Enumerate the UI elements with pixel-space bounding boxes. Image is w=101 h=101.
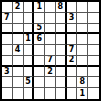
cell-r1c2[interactable]: 2 <box>13 2 24 13</box>
cell-r5c8[interactable] <box>77 45 88 56</box>
cell-r5c7[interactable]: 7 <box>67 45 78 56</box>
cell-r9c3[interactable] <box>24 88 35 99</box>
cell-r3c8[interactable] <box>77 24 88 35</box>
cell-r5c4[interactable] <box>34 45 45 56</box>
cell-r9c4[interactable] <box>34 88 45 99</box>
cell-r2c7[interactable]: 3 <box>67 13 78 24</box>
cell-r9c7[interactable] <box>67 88 78 99</box>
cell-r7c5[interactable]: 2 <box>45 67 56 78</box>
cell-r5c9[interactable] <box>88 45 99 56</box>
cell-r8c3[interactable]: 5 <box>24 77 35 88</box>
cell-r6c7[interactable]: 2 <box>67 56 78 67</box>
cell-r8c4[interactable] <box>34 77 45 88</box>
cell-r2c6[interactable] <box>56 13 67 24</box>
cell-r5c3[interactable] <box>24 45 35 56</box>
sudoku-board: 21873516477232581 <box>0 0 101 101</box>
cell-r2c4[interactable] <box>34 13 45 24</box>
cell-r4c9[interactable] <box>88 34 99 45</box>
cell-r1c5[interactable] <box>45 2 56 13</box>
cell-r1c8[interactable] <box>77 2 88 13</box>
cell-r4c2[interactable] <box>13 34 24 45</box>
cell-r9c5[interactable] <box>45 88 56 99</box>
cell-r9c6[interactable] <box>56 88 67 99</box>
cell-r2c3[interactable] <box>24 13 35 24</box>
cell-r3c5[interactable] <box>45 24 56 35</box>
cell-r1c6[interactable]: 8 <box>56 2 67 13</box>
cell-r2c8[interactable] <box>77 13 88 24</box>
cell-r4c5[interactable] <box>45 34 56 45</box>
cell-r7c9[interactable] <box>88 67 99 78</box>
cell-r8c2[interactable] <box>13 77 24 88</box>
cell-r1c3[interactable] <box>24 2 35 13</box>
cell-r7c1[interactable]: 3 <box>2 67 13 78</box>
cell-r5c6[interactable] <box>56 45 67 56</box>
cell-r1c4[interactable]: 1 <box>34 2 45 13</box>
cell-r7c3[interactable] <box>24 67 35 78</box>
cell-r9c8[interactable]: 1 <box>77 88 88 99</box>
cell-r6c2[interactable] <box>13 56 24 67</box>
cell-r3c1[interactable] <box>2 24 13 35</box>
cell-r4c1[interactable] <box>2 34 13 45</box>
cell-r4c3[interactable]: 1 <box>24 34 35 45</box>
cell-r4c6[interactable] <box>56 34 67 45</box>
cell-r2c5[interactable] <box>45 13 56 24</box>
cell-r3c4[interactable]: 5 <box>34 24 45 35</box>
cell-r1c7[interactable] <box>67 2 78 13</box>
cell-r7c6[interactable] <box>56 67 67 78</box>
cell-r5c5[interactable] <box>45 45 56 56</box>
cell-r8c9[interactable] <box>88 77 99 88</box>
cell-r1c9[interactable] <box>88 2 99 13</box>
cell-r3c2[interactable] <box>13 24 24 35</box>
cell-r1c1[interactable] <box>2 2 13 13</box>
cell-r3c3[interactable] <box>24 24 35 35</box>
cell-r3c9[interactable] <box>88 24 99 35</box>
cell-r9c1[interactable] <box>2 88 13 99</box>
cell-r3c6[interactable] <box>56 24 67 35</box>
cell-r8c6[interactable] <box>56 77 67 88</box>
cell-r5c2[interactable]: 4 <box>13 45 24 56</box>
cell-r8c8[interactable]: 8 <box>77 77 88 88</box>
cell-r6c4[interactable] <box>34 56 45 67</box>
cell-r6c3[interactable] <box>24 56 35 67</box>
cell-r4c8[interactable] <box>77 34 88 45</box>
cell-r6c6[interactable] <box>56 56 67 67</box>
cell-r7c7[interactable] <box>67 67 78 78</box>
cell-r6c5[interactable]: 7 <box>45 56 56 67</box>
cell-r8c7[interactable] <box>67 77 78 88</box>
cell-r9c2[interactable] <box>13 88 24 99</box>
cell-r2c9[interactable] <box>88 13 99 24</box>
cell-r4c7[interactable] <box>67 34 78 45</box>
cell-r3c7[interactable] <box>67 24 78 35</box>
cell-r9c9[interactable] <box>88 88 99 99</box>
cell-r2c2[interactable] <box>13 13 24 24</box>
cell-r6c9[interactable] <box>88 56 99 67</box>
cell-r8c1[interactable] <box>2 77 13 88</box>
cell-r8c5[interactable] <box>45 77 56 88</box>
cell-r4c4[interactable]: 6 <box>34 34 45 45</box>
cell-r7c2[interactable] <box>13 67 24 78</box>
cell-r5c1[interactable] <box>2 45 13 56</box>
cell-r2c1[interactable]: 7 <box>2 13 13 24</box>
cell-r7c8[interactable] <box>77 67 88 78</box>
cell-r6c8[interactable] <box>77 56 88 67</box>
cell-r7c4[interactable] <box>34 67 45 78</box>
cell-r6c1[interactable] <box>2 56 13 67</box>
